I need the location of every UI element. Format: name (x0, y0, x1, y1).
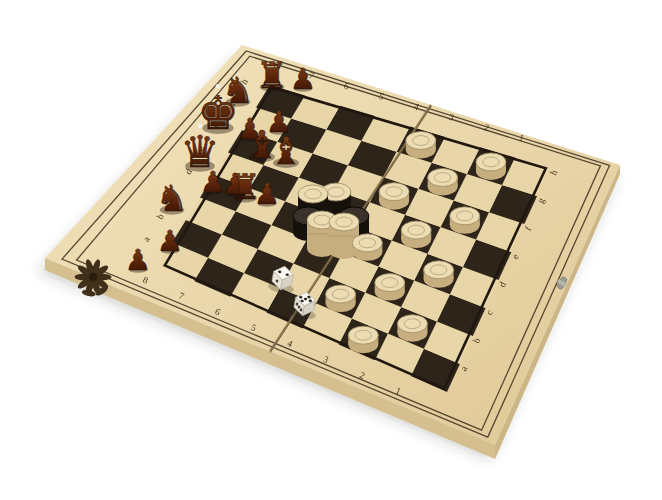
checker-h4[interactable] (406, 131, 436, 158)
checker-f2[interactable] (450, 207, 480, 234)
chess-piece-pawn[interactable]: ♟ (125, 243, 151, 277)
svg-text:♟: ♟ (157, 224, 183, 258)
svg-text:♟: ♟ (290, 62, 316, 96)
checker-b2[interactable] (397, 315, 427, 342)
checker-h2[interactable] (476, 153, 506, 180)
svg-text:♜: ♜ (256, 55, 288, 96)
chess-piece-pawn[interactable]: ♟ (254, 177, 280, 211)
svg-text:♝: ♝ (269, 129, 303, 173)
board-scene: 8877665544332211aabbccddeeffgghh♜♟♞♚♟♟♝♝… (0, 0, 662, 500)
svg-text:♟: ♟ (254, 177, 280, 211)
chess-piece-pawn[interactable]: ♟ (290, 62, 316, 96)
svg-text:♞: ♞ (156, 178, 188, 219)
checker-d2[interactable] (424, 261, 454, 288)
checker-c3[interactable] (375, 274, 405, 301)
photo-stage: 8877665544332211aabbccddeeffgghh♜♟♞♚♟♟♝♝… (0, 0, 662, 500)
checker-f4[interactable] (379, 183, 409, 210)
king-white-finial (216, 84, 221, 89)
queen-white-finial (198, 124, 203, 129)
checker-a3[interactable] (348, 326, 378, 353)
checker-g3[interactable] (428, 168, 458, 195)
checker-d4[interactable] (352, 234, 382, 261)
chess-piece-rook[interactable]: ♜ (256, 55, 288, 96)
checker-e3[interactable] (401, 221, 431, 248)
svg-text:♟: ♟ (125, 243, 151, 277)
checker-b4[interactable] (326, 285, 356, 312)
chess-piece-knight[interactable]: ♞ (156, 178, 188, 219)
chess-piece-bishop[interactable]: ♝ (269, 129, 303, 173)
chess-piece-pawn[interactable]: ♟ (157, 224, 183, 258)
